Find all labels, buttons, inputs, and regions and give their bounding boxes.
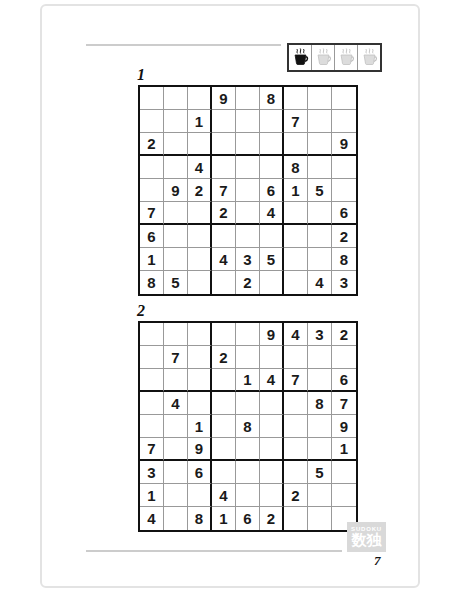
sudoku-cell[interactable] xyxy=(140,346,164,369)
sudoku-cell[interactable]: 2 xyxy=(212,346,236,369)
sudoku-cell[interactable]: 8 xyxy=(260,87,284,110)
sudoku-cell[interactable] xyxy=(212,392,236,415)
sudoku-cell[interactable] xyxy=(164,461,188,484)
sudoku-cell[interactable] xyxy=(164,248,188,271)
sudoku-cell[interactable] xyxy=(284,438,308,461)
sudoku-cell[interactable]: 2 xyxy=(260,507,284,530)
sudoku-cell[interactable] xyxy=(140,323,164,346)
sudoku-cell[interactable] xyxy=(260,346,284,369)
sudoku-cell[interactable]: 1 xyxy=(140,484,164,507)
sudoku-cell[interactable]: 2 xyxy=(284,484,308,507)
bottom-rule xyxy=(86,550,342,552)
sudoku-cell[interactable] xyxy=(284,461,308,484)
sudoku-cell[interactable] xyxy=(284,507,308,530)
sudoku-cell[interactable] xyxy=(188,202,212,225)
sudoku-cell[interactable] xyxy=(332,484,356,507)
sudoku-grid-2[interactable]: 943272147648718979136514248162 xyxy=(138,321,358,532)
sudoku-cell[interactable]: 7 xyxy=(140,438,164,461)
sudoku-cell[interactable]: 5 xyxy=(260,248,284,271)
coffee-cup-icon xyxy=(357,45,380,70)
sudoku-cell[interactable]: 7 xyxy=(140,202,164,225)
sudoku-cell[interactable]: 3 xyxy=(236,248,260,271)
sudoku-cell[interactable] xyxy=(308,110,332,133)
sudoku-cell[interactable] xyxy=(140,392,164,415)
sudoku-cell[interactable] xyxy=(188,271,212,294)
sudoku-cell[interactable] xyxy=(164,484,188,507)
sudoku-cell[interactable] xyxy=(284,392,308,415)
sudoku-cell[interactable] xyxy=(188,323,212,346)
sudoku-cell[interactable]: 2 xyxy=(188,179,212,202)
sudoku-cell[interactable]: 4 xyxy=(212,484,236,507)
sudoku-cell[interactable] xyxy=(332,346,356,369)
sudoku-cell[interactable] xyxy=(212,415,236,438)
sudoku-cell[interactable]: 9 xyxy=(164,179,188,202)
sudoku-cell[interactable] xyxy=(308,248,332,271)
sudoku-cell[interactable] xyxy=(236,179,260,202)
sudoku-cell[interactable] xyxy=(284,202,308,225)
coffee-cup-icon xyxy=(289,45,311,70)
page-number: 7 xyxy=(374,553,381,569)
sudoku-cell[interactable] xyxy=(308,202,332,225)
sudoku-cell[interactable] xyxy=(308,156,332,179)
sudoku-cell[interactable] xyxy=(236,392,260,415)
sudoku-cell[interactable] xyxy=(236,438,260,461)
sudoku-cell[interactable] xyxy=(308,346,332,369)
sudoku-cell[interactable]: 9 xyxy=(332,415,356,438)
sudoku-cell[interactable] xyxy=(236,484,260,507)
sudoku-cell[interactable]: 8 xyxy=(284,156,308,179)
sudoku-cell[interactable] xyxy=(236,323,260,346)
sudoku-cell[interactable]: 4 xyxy=(188,156,212,179)
sudoku-cell[interactable]: 8 xyxy=(236,415,260,438)
sudoku-cell[interactable] xyxy=(212,438,236,461)
sudoku-cell[interactable] xyxy=(260,438,284,461)
sudoku-cell[interactable] xyxy=(188,248,212,271)
top-rule xyxy=(86,44,281,46)
sudoku-cell[interactable]: 4 xyxy=(308,271,332,294)
sudoku-cell[interactable]: 3 xyxy=(140,461,164,484)
sudoku-cell[interactable]: 9 xyxy=(212,87,236,110)
sudoku-cell[interactable]: 2 xyxy=(236,271,260,294)
sudoku-cell[interactable] xyxy=(284,248,308,271)
sudoku-cell[interactable] xyxy=(212,225,236,248)
puzzle-1-label: 1 xyxy=(137,66,145,84)
sudoku-cell[interactable] xyxy=(164,415,188,438)
sudoku-cell[interactable] xyxy=(308,484,332,507)
sudoku-cell[interactable]: 6 xyxy=(188,461,212,484)
sudoku-cell[interactable]: 2 xyxy=(332,225,356,248)
sudoku-cell[interactable]: 6 xyxy=(140,225,164,248)
sudoku-cell[interactable] xyxy=(308,225,332,248)
sudoku-cell[interactable]: 2 xyxy=(332,323,356,346)
sudoku-cell[interactable]: 5 xyxy=(308,461,332,484)
sudoku-cell[interactable]: 7 xyxy=(284,369,308,392)
sudoku-cell[interactable] xyxy=(164,110,188,133)
sudoku-cell[interactable] xyxy=(308,133,332,156)
sudoku-cell[interactable] xyxy=(212,323,236,346)
sudoku-cell[interactable]: 8 xyxy=(140,271,164,294)
sudoku-cell[interactable] xyxy=(284,415,308,438)
sudoku-cell[interactable] xyxy=(236,225,260,248)
sudoku-cell[interactable] xyxy=(212,133,236,156)
sudoku-cell[interactable] xyxy=(284,133,308,156)
sudoku-cell[interactable]: 7 xyxy=(164,346,188,369)
sudoku-cell[interactable] xyxy=(260,133,284,156)
sudoku-cell[interactable] xyxy=(164,225,188,248)
sudoku-cell[interactable] xyxy=(236,156,260,179)
sudoku-cell[interactable]: 7 xyxy=(212,179,236,202)
sudoku-cell[interactable] xyxy=(260,415,284,438)
sudoku-cell[interactable] xyxy=(212,271,236,294)
sudoku-cell[interactable] xyxy=(164,507,188,530)
sudoku-cell[interactable] xyxy=(164,202,188,225)
sudoku-cell[interactable] xyxy=(236,346,260,369)
sudoku-cell[interactable]: 4 xyxy=(284,323,308,346)
sudoku-cell[interactable]: 7 xyxy=(284,110,308,133)
sudoku-cell[interactable]: 4 xyxy=(260,202,284,225)
sudoku-cell[interactable] xyxy=(140,179,164,202)
difficulty-cups xyxy=(287,43,382,72)
sudoku-cell[interactable] xyxy=(164,369,188,392)
sudoku-cell[interactable] xyxy=(212,110,236,133)
sudoku-cell[interactable]: 2 xyxy=(212,202,236,225)
sudoku-cell[interactable] xyxy=(164,156,188,179)
sudoku-cell[interactable]: 6 xyxy=(332,202,356,225)
sudoku-cell[interactable] xyxy=(236,461,260,484)
sudoku-cell[interactable] xyxy=(332,156,356,179)
sudoku-cell[interactable] xyxy=(308,438,332,461)
sudoku-logo: SUDOKU 数独 xyxy=(347,522,386,552)
sudoku-cell[interactable] xyxy=(332,179,356,202)
sudoku-cell[interactable] xyxy=(260,271,284,294)
sudoku-cell[interactable]: 4 xyxy=(260,369,284,392)
sudoku-cell[interactable]: 5 xyxy=(308,179,332,202)
sudoku-cell[interactable] xyxy=(188,369,212,392)
coffee-cup-icon xyxy=(311,45,334,70)
sudoku-cell[interactable] xyxy=(260,225,284,248)
sudoku-cell[interactable] xyxy=(236,110,260,133)
sudoku-cell[interactable] xyxy=(188,133,212,156)
sudoku-cell[interactable]: 2 xyxy=(140,133,164,156)
sudoku-cell[interactable]: 4 xyxy=(140,507,164,530)
sudoku-cell[interactable]: 1 xyxy=(332,438,356,461)
sudoku-cell[interactable] xyxy=(236,202,260,225)
sudoku-cell[interactable]: 8 xyxy=(308,392,332,415)
sudoku-cell[interactable] xyxy=(284,271,308,294)
sudoku-cell[interactable]: 3 xyxy=(308,323,332,346)
sudoku-cell[interactable]: 6 xyxy=(236,507,260,530)
sudoku-cell[interactable] xyxy=(164,87,188,110)
sudoku-cell[interactable] xyxy=(308,369,332,392)
sudoku-cell[interactable]: 1 xyxy=(188,110,212,133)
sudoku-cell[interactable] xyxy=(284,346,308,369)
sudoku-cell[interactable] xyxy=(332,110,356,133)
sudoku-cell[interactable] xyxy=(164,133,188,156)
page-canvas: 1 981729489276157246621435885243 2 94327… xyxy=(0,0,459,594)
sudoku-cell[interactable] xyxy=(188,392,212,415)
sudoku-cell[interactable]: 9 xyxy=(332,133,356,156)
sudoku-cell[interactable] xyxy=(188,484,212,507)
sudoku-cell[interactable] xyxy=(188,346,212,369)
sudoku-cell[interactable] xyxy=(260,461,284,484)
sudoku-cell[interactable] xyxy=(188,225,212,248)
sudoku-cell[interactable]: 9 xyxy=(188,438,212,461)
sudoku-cell[interactable] xyxy=(212,369,236,392)
sudoku-cell[interactable] xyxy=(164,323,188,346)
sudoku-cell[interactable] xyxy=(212,461,236,484)
sudoku-cell[interactable] xyxy=(188,87,212,110)
sudoku-cell[interactable]: 6 xyxy=(260,179,284,202)
sudoku-cell[interactable] xyxy=(308,507,332,530)
sudoku-cell[interactable] xyxy=(308,415,332,438)
sudoku-cell[interactable] xyxy=(140,369,164,392)
puzzle-2-label: 2 xyxy=(137,302,145,320)
sudoku-cell[interactable] xyxy=(308,87,332,110)
sudoku-cell[interactable] xyxy=(260,484,284,507)
sudoku-cell[interactable]: 9 xyxy=(260,323,284,346)
sudoku-cell[interactable]: 1 xyxy=(284,179,308,202)
sudoku-cell[interactable]: 8 xyxy=(188,507,212,530)
sudoku-cell[interactable]: 4 xyxy=(164,392,188,415)
sudoku-cell[interactable] xyxy=(140,415,164,438)
sudoku-cell[interactable] xyxy=(260,156,284,179)
sudoku-cell[interactable]: 6 xyxy=(332,369,356,392)
sudoku-cell[interactable] xyxy=(284,225,308,248)
sudoku-cell[interactable] xyxy=(164,438,188,461)
sudoku-cell[interactable]: 1 xyxy=(140,248,164,271)
sudoku-cell[interactable] xyxy=(140,156,164,179)
sudoku-cell[interactable]: 5 xyxy=(164,271,188,294)
sudoku-cell[interactable] xyxy=(140,87,164,110)
sudoku-cell[interactable]: 1 xyxy=(236,369,260,392)
sudoku-cell[interactable]: 8 xyxy=(332,248,356,271)
sudoku-cell[interactable] xyxy=(284,87,308,110)
sudoku-grid-1[interactable]: 981729489276157246621435885243 xyxy=(138,85,358,296)
logo-kanji-text: 数独 xyxy=(352,532,382,548)
sudoku-cell[interactable]: 1 xyxy=(188,415,212,438)
sudoku-cell[interactable]: 1 xyxy=(212,507,236,530)
sudoku-cell[interactable] xyxy=(236,133,260,156)
sudoku-cell[interactable]: 4 xyxy=(212,248,236,271)
sudoku-cell[interactable] xyxy=(260,392,284,415)
sudoku-cell[interactable]: 7 xyxy=(332,392,356,415)
sudoku-cell[interactable] xyxy=(212,156,236,179)
sudoku-cell[interactable] xyxy=(140,110,164,133)
sudoku-cell[interactable]: 3 xyxy=(332,271,356,294)
sudoku-cell[interactable] xyxy=(236,87,260,110)
sudoku-cell[interactable] xyxy=(332,461,356,484)
sudoku-cell[interactable] xyxy=(260,110,284,133)
sudoku-cell[interactable] xyxy=(332,87,356,110)
coffee-cup-icon xyxy=(334,45,357,70)
